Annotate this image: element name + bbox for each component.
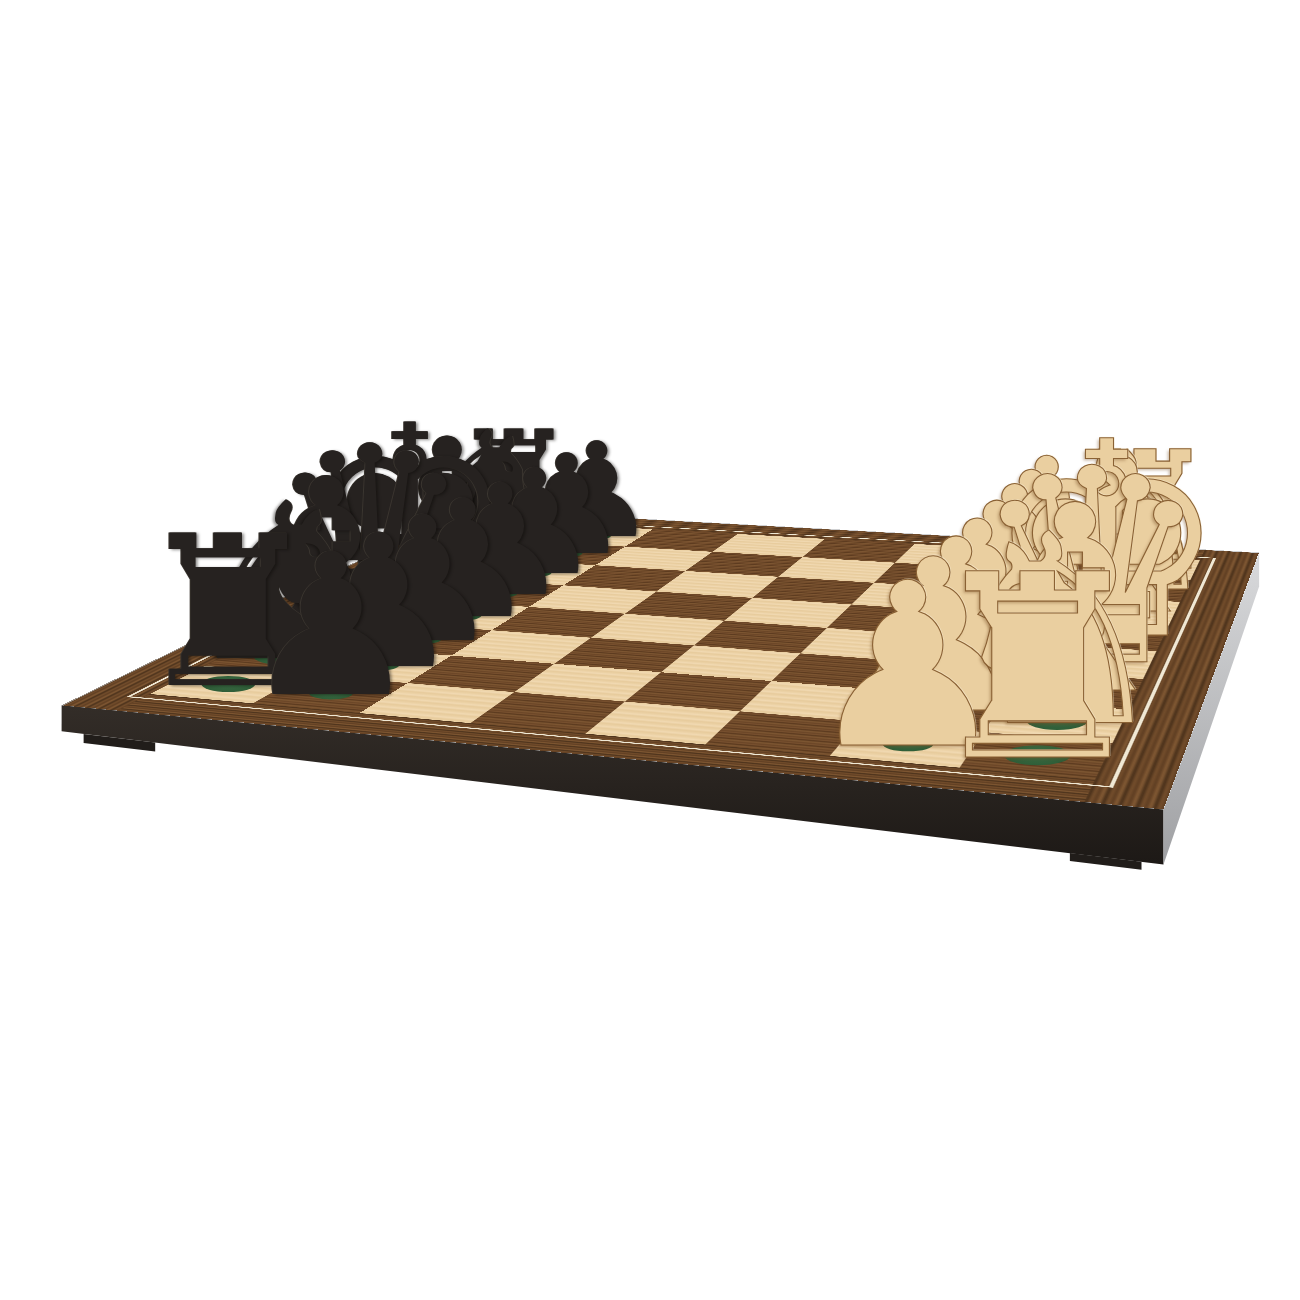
chess-set-product-photo: ♜♟♞♟♟♝♜♟♟♚♞♟♟♛♝♟♟♝♚♟♟♞♛♟♟♜♝♟♟♞♟♜ — [0, 0, 1300, 1300]
